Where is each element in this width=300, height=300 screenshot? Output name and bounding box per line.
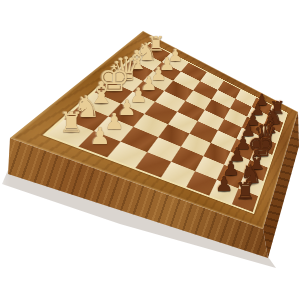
black-pawn: ♟ (215, 174, 233, 194)
white-pawn: ♟ (90, 124, 111, 147)
black-rook: ♜ (235, 180, 256, 203)
chess-set-photo: ♜♟♟♜♞♟♟♞♝♟♟♝♛♟♟♛♚♟♟♚♝♟♟♝♞♟♟♞♜♟♟♜ (0, 0, 300, 300)
pieces-layer: ♜♟♟♜♞♟♟♞♝♟♟♝♛♟♟♛♚♟♟♚♝♟♟♝♞♟♟♞♜♟♟♜ (0, 0, 300, 300)
white-rook: ♜ (59, 108, 84, 136)
